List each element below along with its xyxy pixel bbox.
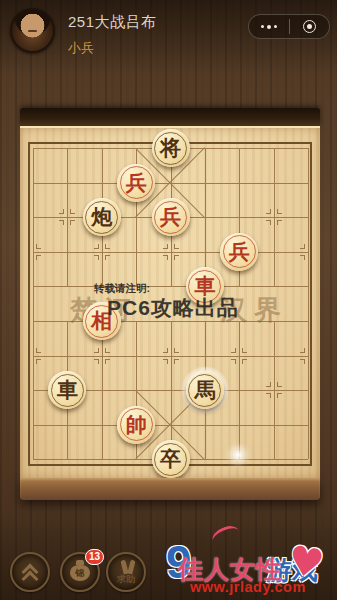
- star-marker: [94, 244, 99, 249]
- piece-black-soldier[interactable]: 卒: [152, 440, 190, 478]
- star-marker: [231, 348, 236, 353]
- star-marker: [36, 244, 41, 249]
- piece-black-horse[interactable]: 馬: [186, 371, 224, 409]
- grid-line: [102, 321, 103, 459]
- grid-line: [171, 321, 172, 459]
- page-title: 251大战吕布: [68, 13, 157, 32]
- piece-red-soldier-b[interactable]: 兵: [152, 198, 190, 236]
- star-marker: [59, 220, 64, 225]
- star-marker: [36, 255, 41, 260]
- grid-line: [67, 148, 68, 286]
- star-marker: [94, 359, 99, 364]
- xiangqi-board[interactable]: 楚河 汉界 转载请注明: PC6攻略出品 将兵炮兵兵車相車馬帥卒: [20, 108, 320, 500]
- star-marker: [94, 255, 99, 260]
- star-marker: [266, 220, 271, 225]
- help-label: 求助: [108, 573, 144, 586]
- star-marker: [266, 209, 271, 214]
- pc6-watermark: PC6攻略出品: [107, 294, 239, 322]
- star-marker: [300, 348, 305, 353]
- star-marker: [70, 220, 75, 225]
- close-button[interactable]: [290, 15, 330, 38]
- help-button[interactable]: 求助: [106, 552, 146, 592]
- grid-line: [33, 148, 34, 459]
- star-marker: [300, 244, 305, 249]
- grid-line: [33, 286, 308, 287]
- board-surface[interactable]: 楚河 汉界 转载请注明: PC6攻略出品 将兵炮兵兵車相車馬帥卒: [20, 126, 320, 478]
- header: 251大战吕布 小兵: [0, 0, 337, 64]
- star-marker: [105, 244, 110, 249]
- star-marker: [277, 382, 282, 387]
- grid-line: [274, 148, 275, 286]
- opponent-label: 小兵: [68, 39, 157, 57]
- star-marker: [242, 348, 247, 353]
- dot-icon: [274, 25, 277, 28]
- star-marker: [163, 348, 168, 353]
- wechat-capsule: [248, 14, 330, 39]
- star-marker: [242, 359, 247, 364]
- star-marker: [70, 209, 75, 214]
- star-marker: [174, 348, 179, 353]
- star-marker: [174, 244, 179, 249]
- star-marker: [105, 255, 110, 260]
- star-marker: [300, 359, 305, 364]
- dot-icon: [267, 25, 271, 29]
- star-marker: [36, 348, 41, 353]
- title-block: 251大战吕布 小兵: [68, 13, 157, 57]
- star-marker: [277, 393, 282, 398]
- star-marker: [105, 359, 110, 364]
- piece-black-general[interactable]: 将: [152, 129, 190, 167]
- avatar[interactable]: [10, 8, 55, 53]
- money-pouch-icon: 锦: [70, 565, 90, 581]
- piece-red-soldier-a[interactable]: 兵: [117, 164, 155, 202]
- star-marker: [300, 255, 305, 260]
- grid-line: [274, 321, 275, 459]
- star-marker: [266, 393, 271, 398]
- star-marker: [277, 220, 282, 225]
- grid-line: [308, 148, 309, 459]
- site-watermark: 9 游戏 佳人女性 ♥ www.jrlady.com: [160, 525, 337, 600]
- target-icon: [303, 20, 316, 33]
- grid-line: [239, 321, 240, 459]
- app-screen: 251大战吕布 小兵 楚河 汉界 转载请注明: PC6攻略出品 将兵炮兵兵車相車…: [0, 0, 337, 600]
- star-marker: [94, 348, 99, 353]
- star-marker: [105, 348, 110, 353]
- expand-button[interactable]: [10, 552, 50, 592]
- tips-bag-button[interactable]: 锦 13: [60, 552, 100, 592]
- badge-count: 13: [85, 549, 104, 565]
- star-marker: [163, 244, 168, 249]
- star-marker: [59, 209, 64, 214]
- board-front-edge: [20, 478, 320, 500]
- grid-line: [205, 148, 206, 286]
- board-back-edge: [20, 108, 320, 126]
- star-marker: [36, 359, 41, 364]
- dot-icon: [261, 25, 264, 28]
- star-marker: [174, 359, 179, 364]
- more-menu-button[interactable]: [249, 15, 289, 38]
- star-marker: [163, 255, 168, 260]
- piece-red-general[interactable]: 帥: [117, 406, 155, 444]
- piece-red-soldier-c[interactable]: 兵: [220, 233, 258, 271]
- piece-black-cannon[interactable]: 炮: [83, 198, 121, 236]
- pouch-tie: [76, 560, 84, 565]
- star-marker: [266, 382, 271, 387]
- flourish-decoration: [210, 522, 243, 549]
- star-marker: [231, 359, 236, 364]
- url-watermark: www.jrlady.com: [190, 579, 306, 595]
- star-marker: [163, 359, 168, 364]
- star-marker: [277, 209, 282, 214]
- star-marker: [174, 255, 179, 260]
- avatar-face: [28, 30, 37, 32]
